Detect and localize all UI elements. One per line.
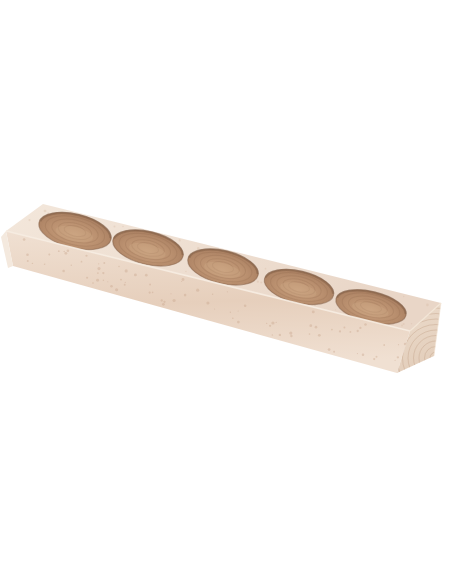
product-photo-canvas: Product photo of a light beech wood bar … <box>0 0 450 577</box>
wooden-five-hole-holder <box>0 0 450 577</box>
